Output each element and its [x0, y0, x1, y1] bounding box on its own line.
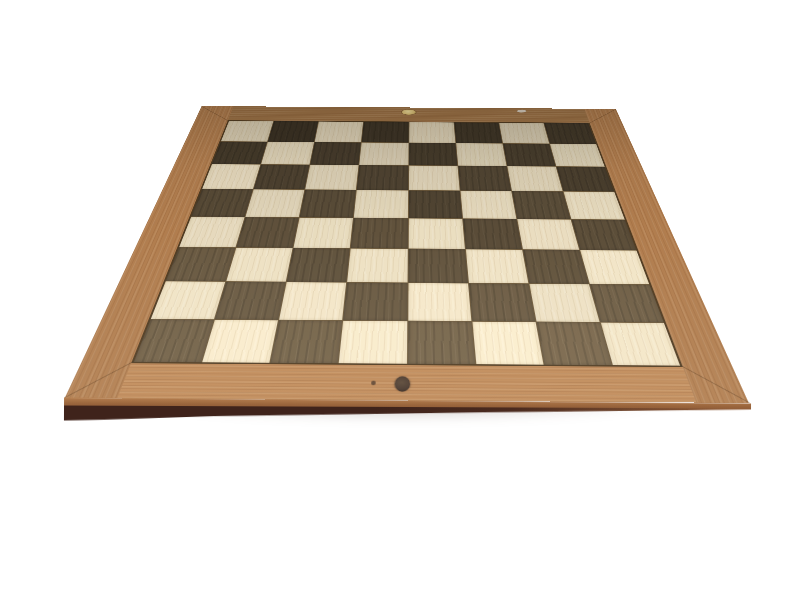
- front-plug-inlay: [394, 376, 410, 392]
- square-c5: [300, 190, 356, 217]
- square-b3: [226, 248, 292, 282]
- square-g5: [512, 191, 570, 219]
- square-e4: [408, 218, 464, 248]
- square-e5: [408, 191, 461, 218]
- square-g8: [499, 123, 549, 144]
- square-g3: [523, 250, 589, 284]
- square-f2: [469, 283, 536, 321]
- square-h6: [556, 167, 614, 192]
- square-c1: [271, 320, 343, 363]
- square-f5: [460, 191, 516, 218]
- square-a2: [151, 281, 225, 319]
- square-b5: [246, 190, 305, 217]
- square-h4: [571, 219, 636, 250]
- square-g6: [507, 166, 562, 191]
- square-d3: [348, 248, 408, 282]
- square-e3: [408, 249, 468, 283]
- square-f3: [466, 249, 529, 283]
- square-g2: [529, 284, 599, 322]
- square-b2: [215, 282, 286, 320]
- square-c2: [279, 282, 346, 320]
- square-e1: [408, 321, 475, 364]
- square-b8: [268, 121, 318, 142]
- square-h8: [544, 123, 596, 144]
- square-h2: [590, 284, 664, 322]
- square-h7: [550, 144, 605, 167]
- square-a7: [212, 142, 267, 165]
- square-e6: [409, 166, 460, 191]
- square-d2: [344, 282, 407, 320]
- square-f8: [454, 122, 502, 143]
- square-f4: [463, 219, 522, 249]
- square-b7: [261, 142, 314, 165]
- square-f7: [456, 143, 506, 166]
- square-f6: [458, 166, 511, 191]
- square-a5: [191, 189, 252, 216]
- square-d4: [351, 218, 408, 248]
- square-a8: [221, 121, 273, 142]
- square-e2: [408, 283, 471, 321]
- board-grid: [131, 120, 683, 367]
- square-c6: [305, 165, 358, 190]
- square-h1: [601, 323, 680, 366]
- square-g4: [517, 219, 579, 249]
- square-g7: [503, 144, 556, 167]
- square-b4: [237, 217, 299, 247]
- square-a1: [134, 319, 214, 362]
- square-b6: [254, 165, 310, 190]
- brass-inlay: [402, 110, 416, 115]
- square-e8: [409, 122, 455, 143]
- photo-background: [0, 0, 800, 600]
- square-c8: [315, 122, 363, 143]
- square-d7: [360, 143, 409, 166]
- square-c7: [310, 142, 361, 165]
- square-f1: [472, 322, 543, 365]
- square-c4: [294, 217, 353, 247]
- square-d1: [339, 321, 407, 364]
- chess-board: [65, 106, 749, 403]
- square-b1: [202, 320, 278, 363]
- square-c3: [287, 248, 350, 282]
- square-a6: [202, 164, 260, 189]
- square-d5: [354, 190, 408, 217]
- square-g1: [536, 322, 611, 365]
- square-h5: [564, 192, 625, 220]
- square-h3: [580, 250, 649, 284]
- square-a3: [166, 247, 236, 281]
- square-e7: [409, 143, 457, 166]
- square-d8: [362, 122, 408, 143]
- square-d6: [357, 165, 408, 190]
- square-a4: [179, 217, 244, 247]
